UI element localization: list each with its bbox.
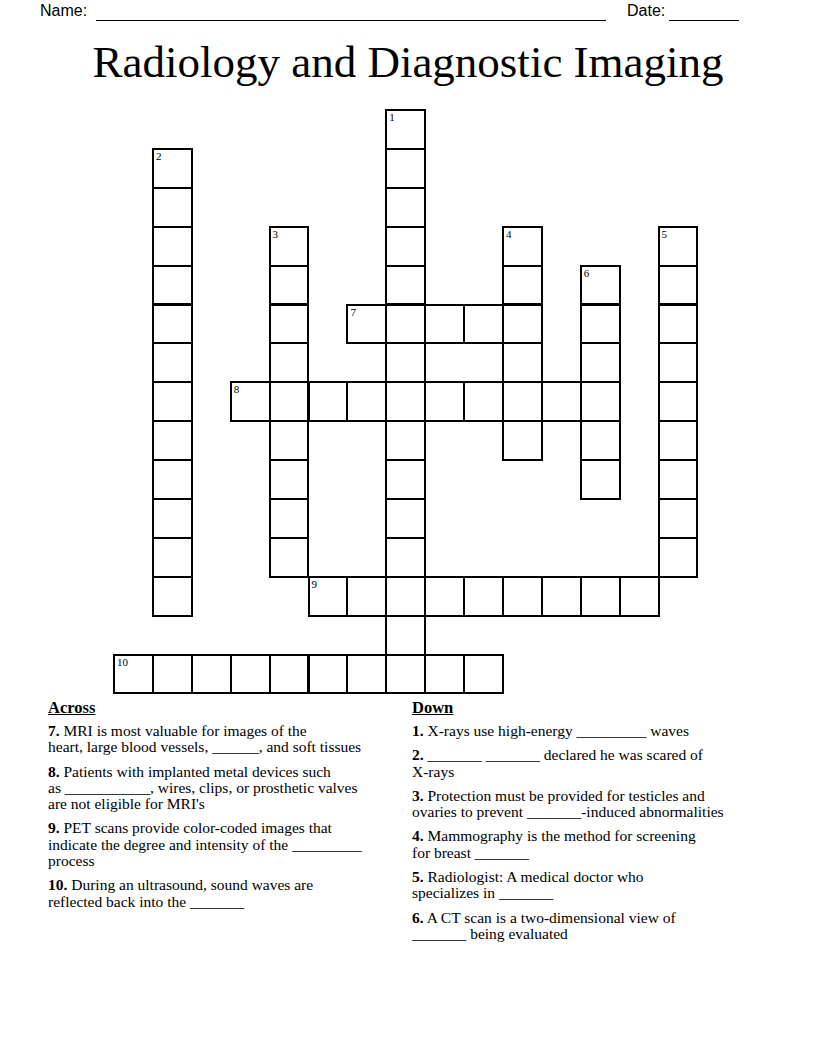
name-blank-line[interactable] <box>96 3 606 21</box>
grid-cell-r10c8[interactable] <box>385 459 426 500</box>
clue-across-7: 7. MRI is most valuable for images of th… <box>48 723 408 756</box>
clue-number: 6. <box>412 909 424 926</box>
cell-number-4: 4 <box>506 228 512 241</box>
grid-cell-r15c10[interactable] <box>463 654 504 695</box>
grid-cell-r7c2[interactable] <box>152 342 193 383</box>
clue-text: X-rays <box>412 764 794 780</box>
clue-number: 7. <box>48 722 60 739</box>
cell-number-10: 10 <box>117 656 128 669</box>
grid-cell-r4c2[interactable] <box>152 226 193 267</box>
grid-cell-r5c8[interactable] <box>385 265 426 306</box>
clue-number: 9. <box>48 819 60 836</box>
grid-cell-r8c4[interactable]: 8 <box>230 381 271 422</box>
clue-text: indicate the degree and intensity of the… <box>48 837 408 853</box>
clue-text: MRI is most valuable for images of the <box>64 722 307 739</box>
clue-across-8: 8. Patients with implanted metal devices… <box>48 764 408 813</box>
clue-text: _______ being evaluated <box>412 926 794 942</box>
grid-cell-r9c11[interactable] <box>502 420 543 461</box>
grid-cell-r10c5[interactable] <box>269 459 310 500</box>
clue-text: Patients with implanted metal devices su… <box>64 763 331 780</box>
clue-down-3: 3. Protection must be provided for testi… <box>412 788 794 821</box>
grid-cell-r13c2[interactable] <box>152 576 193 617</box>
clue-number: 2. <box>412 746 424 763</box>
grid-cell-r6c10[interactable] <box>463 304 504 345</box>
cell-number-5: 5 <box>662 228 668 241</box>
grid-cell-r15c7[interactable] <box>346 654 387 695</box>
clue-text: During an ultrasound, sound waves are <box>71 876 313 893</box>
cell-number-1: 1 <box>389 111 395 124</box>
grid-cell-r9c8[interactable] <box>385 420 426 461</box>
grid-cell-r6c11[interactable] <box>502 304 543 345</box>
grid-cell-r10c13[interactable] <box>580 459 621 500</box>
clue-text: for breast _______ <box>412 845 794 861</box>
clue-number: 1. <box>412 722 424 739</box>
grid-cell-r2c2[interactable]: 2 <box>152 148 193 189</box>
grid-cell-r8c8[interactable] <box>385 381 426 422</box>
crossword-grid: 12345678910 <box>113 109 699 695</box>
grid-cell-r4c15[interactable]: 5 <box>658 226 699 267</box>
grid-cell-r5c15[interactable] <box>658 265 699 306</box>
grid-cell-r11c5[interactable] <box>269 498 310 539</box>
grid-cell-r15c2[interactable] <box>152 654 193 695</box>
grid-cell-r8c12[interactable] <box>541 381 582 422</box>
grid-cell-r6c9[interactable] <box>424 304 465 345</box>
grid-cell-r13c13[interactable] <box>580 576 621 617</box>
clue-number: 4. <box>412 827 424 844</box>
clue-text: Radiologist: A medical doctor who <box>428 868 644 885</box>
worksheet-page: Name: Date: Radiology and Diagnostic Ima… <box>0 0 816 1056</box>
grid-cell-r8c7[interactable] <box>346 381 387 422</box>
grid-cell-r9c13[interactable] <box>580 420 621 461</box>
grid-cell-r8c13[interactable] <box>580 381 621 422</box>
across-clues-column: Across 7. MRI is most valuable for image… <box>48 699 408 918</box>
cell-number-2: 2 <box>156 150 162 163</box>
clue-down-1: 1. X-rays use high-energy _________ wave… <box>412 723 794 739</box>
grid-cell-r4c8[interactable] <box>385 226 426 267</box>
grid-cell-r6c5[interactable] <box>269 304 310 345</box>
grid-cell-r8c9[interactable] <box>424 381 465 422</box>
clue-down-5: 5. Radiologist: A medical doctor who spe… <box>412 869 794 902</box>
grid-cell-r5c11[interactable] <box>502 265 543 306</box>
grid-cell-r11c15[interactable] <box>658 498 699 539</box>
grid-cell-r13c11[interactable] <box>502 576 543 617</box>
grid-cell-r2c8[interactable] <box>385 148 426 189</box>
grid-cell-r5c2[interactable] <box>152 265 193 306</box>
clue-text: ovaries to prevent _______-induced abnor… <box>412 804 794 820</box>
grid-cell-r7c15[interactable] <box>658 342 699 383</box>
grid-cell-r9c2[interactable] <box>152 420 193 461</box>
grid-cell-r4c5[interactable]: 3 <box>269 226 310 267</box>
clue-text: PET scans provide color-coded images tha… <box>64 819 332 836</box>
grid-cell-r15c9[interactable] <box>424 654 465 695</box>
page-title: Radiology and Diagnostic Imaging <box>0 36 816 88</box>
grid-cell-r8c15[interactable] <box>658 381 699 422</box>
grid-cell-r11c2[interactable] <box>152 498 193 539</box>
grid-cell-r7c8[interactable] <box>385 342 426 383</box>
grid-cell-r15c3[interactable] <box>191 654 232 695</box>
grid-cell-r12c15[interactable] <box>658 537 699 578</box>
grid-cell-r12c8[interactable] <box>385 537 426 578</box>
down-header: Down <box>412 699 794 717</box>
grid-cell-r15c1[interactable]: 10 <box>113 654 154 695</box>
clue-across-9: 9. PET scans provide color-coded images … <box>48 820 408 869</box>
clue-text: _______ _______ declared he was scared o… <box>428 746 703 763</box>
grid-cell-r8c11[interactable] <box>502 381 543 422</box>
grid-cell-r7c13[interactable] <box>580 342 621 383</box>
grid-cell-r5c13[interactable]: 6 <box>580 265 621 306</box>
clue-down-4: 4. Mammography is the method for screeni… <box>412 828 794 861</box>
clue-text: Mammography is the method for screening <box>428 827 696 844</box>
grid-cell-r13c10[interactable] <box>463 576 504 617</box>
clue-across-10: 10. During an ultrasound, sound waves ar… <box>48 877 408 910</box>
grid-cell-r13c6[interactable]: 9 <box>308 576 349 617</box>
grid-cell-r8c6[interactable] <box>308 381 349 422</box>
clue-text: specializes in _______ <box>412 885 794 901</box>
clue-text: A CT scan is a two-dimensional view of <box>427 909 676 926</box>
grid-cell-r11c8[interactable] <box>385 498 426 539</box>
clue-number: 10. <box>48 876 67 893</box>
grid-cell-r13c7[interactable] <box>346 576 387 617</box>
grid-cell-r7c5[interactable] <box>269 342 310 383</box>
grid-cell-r3c2[interactable] <box>152 187 193 228</box>
clue-text: X-rays use high-energy _________ waves <box>428 722 689 739</box>
grid-cell-r9c15[interactable] <box>658 420 699 461</box>
clue-down-6: 6. A CT scan is a two-dimensional view o… <box>412 910 794 943</box>
grid-cell-r13c12[interactable] <box>541 576 582 617</box>
grid-cell-r9c5[interactable] <box>269 420 310 461</box>
across-header: Across <box>48 699 408 717</box>
clue-number: 5. <box>412 868 424 885</box>
grid-cell-r12c2[interactable] <box>152 537 193 578</box>
grid-cell-r15c4[interactable] <box>230 654 271 695</box>
grid-cell-r13c14[interactable] <box>619 576 660 617</box>
grid-cell-r4c11[interactable]: 4 <box>502 226 543 267</box>
grid-cell-r8c10[interactable] <box>463 381 504 422</box>
clue-text: heart, large blood vessels, ______, and … <box>48 739 408 755</box>
grid-cell-r6c13[interactable] <box>580 304 621 345</box>
clue-text: are not eligible for MRI's <box>48 796 408 812</box>
clue-text: Protection must be provided for testicle… <box>428 787 705 804</box>
grid-cell-r5c5[interactable] <box>269 265 310 306</box>
cell-number-8: 8 <box>234 383 240 396</box>
cell-number-6: 6 <box>584 267 590 280</box>
clue-text: process <box>48 853 408 869</box>
grid-cell-r8c5[interactable] <box>269 381 310 422</box>
grid-cell-r1c8[interactable]: 1 <box>385 109 426 150</box>
grid-cell-r7c11[interactable] <box>502 342 543 383</box>
grid-cell-r8c2[interactable] <box>152 381 193 422</box>
clue-number: 8. <box>48 763 60 780</box>
cell-number-3: 3 <box>273 228 279 241</box>
down-clues-column: Down 1. X-rays use high-energy _________… <box>412 699 794 950</box>
grid-cell-r13c9[interactable] <box>424 576 465 617</box>
grid-cell-r15c8[interactable] <box>385 654 426 695</box>
grid-cell-r15c5[interactable] <box>269 654 310 695</box>
grid-cell-r13c8[interactable] <box>385 576 426 617</box>
date-label: Date: <box>627 2 665 20</box>
clue-text: reflected back into the _______ <box>48 894 408 910</box>
grid-cell-r14c8[interactable] <box>385 615 426 656</box>
grid-cell-r3c8[interactable] <box>385 187 426 228</box>
grid-cell-r6c15[interactable] <box>658 304 699 345</box>
grid-cell-r10c15[interactable] <box>658 459 699 500</box>
clue-number: 3. <box>412 787 424 804</box>
cell-number-9: 9 <box>312 578 318 591</box>
grid-cell-r6c2[interactable] <box>152 304 193 345</box>
grid-cell-r6c7[interactable]: 7 <box>346 304 387 345</box>
grid-cell-r10c2[interactable] <box>152 459 193 500</box>
date-blank-line[interactable] <box>669 3 739 21</box>
grid-cell-r6c8[interactable] <box>385 304 426 345</box>
grid-cell-r15c6[interactable] <box>308 654 349 695</box>
clue-down-2: 2. _______ _______ declared he was scare… <box>412 747 794 780</box>
clue-text: as ___________, wires, clips, or prosthe… <box>48 780 408 796</box>
cell-number-7: 7 <box>350 306 356 319</box>
name-label: Name: <box>40 2 87 20</box>
grid-cell-r12c5[interactable] <box>269 537 310 578</box>
